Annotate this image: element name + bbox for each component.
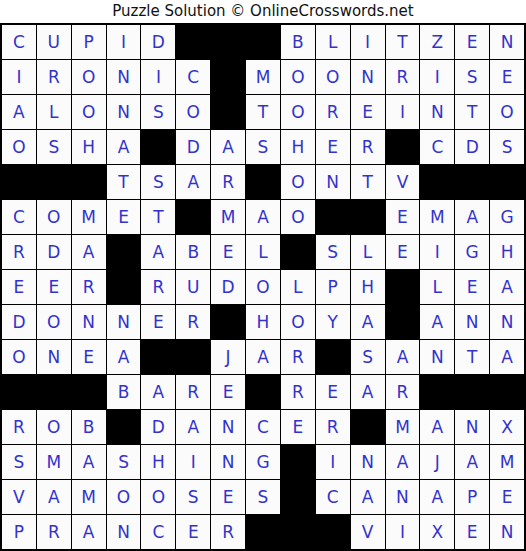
letter-cell: E [455,25,489,59]
letter-cell: A [246,340,280,374]
block-cell [490,165,524,199]
letter-cell: N [386,480,420,514]
letter-cell: A [351,480,385,514]
letter-cell: R [316,410,350,444]
block-cell [246,25,280,59]
letter-cell: T [455,95,489,129]
letter-cell: S [176,480,210,514]
letter-cell: X [490,410,524,444]
letter-cell: R [2,410,36,444]
letter-cell: E [211,235,245,269]
letter-cell: O [37,305,71,339]
letter-cell: A [490,270,524,304]
letter-cell: N [316,165,350,199]
letter-cell: A [211,130,245,164]
letter-cell: N [351,60,385,94]
letter-cell: A [107,340,141,374]
letter-cell: D [176,130,210,164]
letter-cell: N [351,445,385,479]
letter-cell: E [490,60,524,94]
block-cell [246,375,280,409]
letter-cell: C [420,130,454,164]
block-cell [316,200,350,234]
letter-cell: D [141,410,175,444]
block-cell [455,375,489,409]
letter-cell: A [141,235,175,269]
block-cell [176,340,210,374]
letter-cell: A [72,235,106,269]
letter-cell: C [316,480,350,514]
letter-cell: S [107,445,141,479]
letter-cell: P [455,480,489,514]
letter-cell: V [386,165,420,199]
letter-cell: H [351,270,385,304]
letter-cell: R [176,375,210,409]
letter-cell: O [176,95,210,129]
letter-cell: M [490,445,524,479]
letter-cell: L [281,270,315,304]
letter-cell: D [141,25,175,59]
block-cell [37,375,71,409]
letter-cell: I [420,60,454,94]
letter-cell: E [316,130,350,164]
letter-cell: S [141,95,175,129]
block-cell [176,200,210,234]
letter-cell: N [420,340,454,374]
letter-cell: I [420,235,454,269]
letter-cell: L [351,235,385,269]
letter-cell: N [72,305,106,339]
letter-cell: S [2,445,36,479]
letter-cell: N [420,95,454,129]
letter-cell: R [2,235,36,269]
letter-cell: O [281,305,315,339]
letter-cell: V [351,515,385,549]
letter-cell: C [176,60,210,94]
letter-cell: A [72,515,106,549]
letter-cell: N [107,305,141,339]
letter-cell: A [351,305,385,339]
letter-cell: P [2,515,36,549]
block-cell [490,375,524,409]
letter-cell: I [316,445,350,479]
letter-cell: T [246,95,280,129]
letter-cell: G [490,200,524,234]
letter-cell: L [37,95,71,129]
block-cell [141,340,175,374]
block-cell [281,480,315,514]
letter-cell: R [37,515,71,549]
letter-cell: R [37,60,71,94]
letter-cell: A [176,165,210,199]
block-cell [211,305,245,339]
letter-cell: S [246,130,280,164]
letter-cell: N [490,25,524,59]
letter-cell: I [351,25,385,59]
letter-cell: N [455,410,489,444]
letter-cell: H [281,130,315,164]
letter-cell: E [107,200,141,234]
letter-cell: D [37,235,71,269]
letter-cell: O [2,340,36,374]
letter-cell: I [107,25,141,59]
letter-cell: M [72,480,106,514]
block-cell [211,95,245,129]
block-cell [316,340,350,374]
letter-cell: A [2,95,36,129]
letter-cell: I [386,515,420,549]
letter-cell: R [211,165,245,199]
letter-cell: E [211,480,245,514]
letter-cell: B [281,25,315,59]
letter-cell: T [455,340,489,374]
letter-cell: A [455,445,489,479]
letter-cell: T [386,25,420,59]
page-title: Puzzle Solution © OnlineCrosswords.net [0,0,526,23]
letter-cell: S [490,130,524,164]
letter-cell: U [176,270,210,304]
block-cell [2,375,36,409]
letter-cell: C [141,515,175,549]
letter-cell: O [281,95,315,129]
block-cell [455,165,489,199]
letter-cell: M [246,60,280,94]
block-cell [386,305,420,339]
letter-cell: G [455,235,489,269]
letter-cell: M [386,410,420,444]
letter-cell: R [141,270,175,304]
block-cell [107,235,141,269]
letter-cell: L [246,235,280,269]
letter-cell: A [72,445,106,479]
block-cell [246,515,280,549]
letter-cell: N [211,445,245,479]
block-cell [211,25,245,59]
letter-cell: N [107,60,141,94]
letter-cell: H [490,235,524,269]
letter-cell: R [281,375,315,409]
letter-cell: R [211,515,245,549]
block-cell [141,130,175,164]
letter-cell: L [316,25,350,59]
letter-cell: H [72,130,106,164]
letter-cell: E [141,305,175,339]
letter-cell: H [141,445,175,479]
letter-cell: D [2,305,36,339]
letter-cell: A [176,410,210,444]
letter-cell: A [420,410,454,444]
block-cell [386,130,420,164]
letter-cell: R [351,130,385,164]
letter-cell: I [2,60,36,94]
block-cell [211,60,245,94]
letter-cell: C [2,200,36,234]
letter-cell: A [351,375,385,409]
letter-cell: E [351,95,385,129]
letter-cell: E [386,235,420,269]
letter-cell: A [420,480,454,514]
letter-cell: A [246,200,280,234]
letter-cell: A [141,375,175,409]
letter-cell: E [455,270,489,304]
letter-cell: O [316,60,350,94]
letter-cell: E [281,410,315,444]
letter-cell: T [141,200,175,234]
letter-cell: R [72,270,106,304]
letter-cell: A [455,200,489,234]
block-cell [72,375,106,409]
letter-cell: B [72,410,106,444]
letter-cell: H [246,305,280,339]
block-cell [176,25,210,59]
letter-cell: G [246,445,280,479]
letter-cell: O [281,60,315,94]
crossword-grid: CUPIDBLITZENIRONICMOONRISEALONSOTOREINTO… [0,23,526,551]
letter-cell: E [37,270,71,304]
letter-cell: A [37,480,71,514]
letter-cell: A [386,445,420,479]
letter-cell: N [490,305,524,339]
letter-cell: N [107,95,141,129]
block-cell [107,270,141,304]
letter-cell: O [490,95,524,129]
letter-cell: I [386,95,420,129]
letter-cell: O [2,130,36,164]
letter-cell: C [246,410,280,444]
letter-cell: R [316,95,350,129]
letter-cell: O [37,410,71,444]
letter-cell: M [37,445,71,479]
letter-cell: E [316,375,350,409]
letter-cell: Z [420,25,454,59]
letter-cell: O [246,270,280,304]
letter-cell: A [490,340,524,374]
letter-cell: A [420,305,454,339]
letter-cell: E [490,480,524,514]
letter-cell: R [281,340,315,374]
letter-cell: L [420,270,454,304]
letter-cell: U [37,25,71,59]
letter-cell: I [141,60,175,94]
letter-cell: E [176,515,210,549]
letter-cell: P [316,270,350,304]
letter-cell: R [386,60,420,94]
letter-cell: M [72,200,106,234]
letter-cell: S [351,340,385,374]
block-cell [246,165,280,199]
letter-cell: D [211,270,245,304]
letter-cell: D [455,130,489,164]
letter-cell: O [37,200,71,234]
letter-cell: N [107,515,141,549]
letter-cell: B [107,375,141,409]
letter-cell: S [246,480,280,514]
block-cell [37,165,71,199]
letter-cell: N [455,305,489,339]
letter-cell: R [176,305,210,339]
block-cell [316,515,350,549]
block-cell [2,165,36,199]
letter-cell: E [211,375,245,409]
letter-cell: O [107,480,141,514]
block-cell [72,165,106,199]
letter-cell: M [211,200,245,234]
letter-cell: N [490,515,524,549]
block-cell [420,375,454,409]
block-cell [386,270,420,304]
block-cell [351,410,385,444]
block-cell [107,410,141,444]
letter-cell: S [455,60,489,94]
letter-cell: S [141,165,175,199]
block-cell [281,445,315,479]
letter-cell: I [176,445,210,479]
letter-cell: A [107,130,141,164]
letter-cell: B [176,235,210,269]
letter-cell: N [37,340,71,374]
block-cell [351,200,385,234]
letter-cell: Y [316,305,350,339]
block-cell [281,235,315,269]
letter-cell: O [281,200,315,234]
letter-cell: J [420,445,454,479]
letter-cell: S [316,235,350,269]
letter-cell: A [386,340,420,374]
letter-cell: E [386,200,420,234]
letter-cell: N [211,410,245,444]
letter-cell: O [281,165,315,199]
letter-cell: E [72,340,106,374]
block-cell [281,515,315,549]
block-cell [420,165,454,199]
letter-cell: E [2,270,36,304]
letter-cell: S [37,130,71,164]
letter-cell: X [420,515,454,549]
letter-cell: O [72,95,106,129]
letter-cell: T [107,165,141,199]
letter-cell: E [455,515,489,549]
letter-cell: J [211,340,245,374]
letter-cell: T [351,165,385,199]
letter-cell: R [386,375,420,409]
letter-cell: O [72,60,106,94]
letter-cell: M [420,200,454,234]
letter-cell: C [2,25,36,59]
letter-cell: P [72,25,106,59]
letter-cell: V [2,480,36,514]
letter-cell: O [141,480,175,514]
